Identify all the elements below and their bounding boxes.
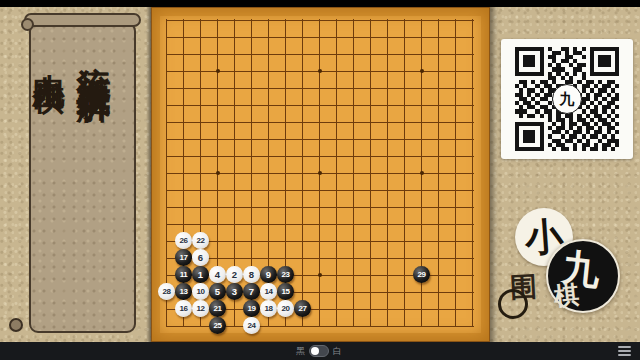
- board-cell[interactable]: [396, 317, 413, 334]
- board-cell[interactable]: [192, 215, 209, 232]
- board-cell[interactable]: [277, 11, 294, 28]
- board-cell[interactable]: [379, 181, 396, 198]
- board-cell[interactable]: [362, 215, 379, 232]
- board-cell[interactable]: [345, 266, 362, 283]
- board-cell[interactable]: [379, 249, 396, 266]
- board-cell[interactable]: [413, 96, 430, 113]
- board-cell[interactable]: [260, 232, 277, 249]
- board-cell[interactable]: [158, 181, 175, 198]
- board-cell[interactable]: [345, 28, 362, 45]
- board-cell[interactable]: [413, 317, 430, 334]
- board-cell[interactable]: [277, 130, 294, 147]
- board-cell[interactable]: [311, 317, 328, 334]
- board-cell[interactable]: [345, 62, 362, 79]
- board-cell[interactable]: 4: [209, 266, 226, 283]
- board-cell[interactable]: [379, 266, 396, 283]
- board-cell[interactable]: 28: [158, 283, 175, 300]
- board-cell[interactable]: [311, 11, 328, 28]
- board-cell[interactable]: [362, 164, 379, 181]
- board-cell[interactable]: [362, 113, 379, 130]
- board-cell[interactable]: [175, 28, 192, 45]
- white-stone-16[interactable]: 16: [175, 300, 192, 317]
- black-stone-21[interactable]: 21: [209, 300, 226, 317]
- board-cell[interactable]: [260, 181, 277, 198]
- board-cell[interactable]: [464, 317, 481, 334]
- board-cell[interactable]: [311, 28, 328, 45]
- black-stone-11[interactable]: 11: [175, 266, 192, 283]
- black-stone-27[interactable]: 27: [294, 300, 311, 317]
- white-stone-24[interactable]: 24: [243, 317, 260, 334]
- board-cell[interactable]: [277, 96, 294, 113]
- board-cell[interactable]: [413, 11, 430, 28]
- board-cell[interactable]: 6: [192, 249, 209, 266]
- board-cell[interactable]: [362, 181, 379, 198]
- board-cell[interactable]: [430, 96, 447, 113]
- board-cell[interactable]: [243, 147, 260, 164]
- board-cell[interactable]: [362, 232, 379, 249]
- board-cell[interactable]: [294, 249, 311, 266]
- board-cell[interactable]: [226, 198, 243, 215]
- board-cell[interactable]: [464, 113, 481, 130]
- board-cell[interactable]: [294, 317, 311, 334]
- board-cell[interactable]: 20: [277, 300, 294, 317]
- white-stone-14[interactable]: 14: [260, 283, 277, 300]
- board-cell[interactable]: [243, 232, 260, 249]
- board-cell[interactable]: [328, 215, 345, 232]
- board-cell[interactable]: [328, 317, 345, 334]
- board-cell[interactable]: [328, 198, 345, 215]
- board-cell[interactable]: [158, 130, 175, 147]
- board-cell[interactable]: [396, 11, 413, 28]
- board-cell[interactable]: [447, 283, 464, 300]
- board-cell[interactable]: [243, 130, 260, 147]
- board-cell[interactable]: [294, 147, 311, 164]
- board-cell[interactable]: [243, 79, 260, 96]
- board-cell[interactable]: [430, 232, 447, 249]
- board-cell[interactable]: [277, 147, 294, 164]
- board-cell[interactable]: [260, 317, 277, 334]
- board-cell[interactable]: [464, 198, 481, 215]
- white-stone-28[interactable]: 28: [158, 283, 175, 300]
- black-stone-23[interactable]: 23: [277, 266, 294, 283]
- board-cell[interactable]: [175, 215, 192, 232]
- board-cell[interactable]: [260, 215, 277, 232]
- board-cell[interactable]: [413, 28, 430, 45]
- board-cell[interactable]: [328, 181, 345, 198]
- board-cell[interactable]: [294, 45, 311, 62]
- board-cell[interactable]: [345, 45, 362, 62]
- board-cell[interactable]: [464, 79, 481, 96]
- board-cell[interactable]: [226, 249, 243, 266]
- board-cell[interactable]: [192, 130, 209, 147]
- board-cell[interactable]: [362, 300, 379, 317]
- board-cell[interactable]: [158, 198, 175, 215]
- board-cell[interactable]: [209, 147, 226, 164]
- board-cell[interactable]: 23: [277, 266, 294, 283]
- board-cell[interactable]: [447, 79, 464, 96]
- board-cell[interactable]: [277, 249, 294, 266]
- white-stone-6[interactable]: 6: [192, 249, 209, 266]
- board-cell[interactable]: [226, 79, 243, 96]
- board-cell[interactable]: [277, 79, 294, 96]
- board-cell[interactable]: [311, 62, 328, 79]
- board-cell[interactable]: [243, 45, 260, 62]
- board-cell[interactable]: 10: [192, 283, 209, 300]
- board-cell[interactable]: [379, 113, 396, 130]
- board-cell[interactable]: [158, 45, 175, 62]
- board-cell[interactable]: 15: [277, 283, 294, 300]
- menu-button[interactable]: [618, 345, 634, 357]
- board-cell[interactable]: [209, 113, 226, 130]
- board-cell[interactable]: [311, 96, 328, 113]
- board-cell[interactable]: [464, 181, 481, 198]
- board-cell[interactable]: [379, 96, 396, 113]
- board-cell[interactable]: [464, 28, 481, 45]
- board-cell[interactable]: [243, 11, 260, 28]
- board-cell[interactable]: [464, 215, 481, 232]
- board-cell[interactable]: [192, 96, 209, 113]
- board-cell[interactable]: 3: [226, 283, 243, 300]
- board-cell[interactable]: [277, 181, 294, 198]
- board-cell[interactable]: 19: [243, 300, 260, 317]
- board-cell[interactable]: [464, 266, 481, 283]
- board-cell[interactable]: [260, 164, 277, 181]
- black-stone-7[interactable]: 7: [243, 283, 260, 300]
- go-board[interactable]: 2622176111428923292813105371415161221191…: [151, 7, 490, 342]
- board-cell[interactable]: 5: [209, 283, 226, 300]
- board-cell[interactable]: [328, 232, 345, 249]
- board-cell[interactable]: [379, 62, 396, 79]
- board-cell[interactable]: [209, 96, 226, 113]
- board-cell[interactable]: [413, 113, 430, 130]
- board-cell[interactable]: [209, 62, 226, 79]
- board-cell[interactable]: [158, 28, 175, 45]
- board-cell[interactable]: [328, 249, 345, 266]
- board-cell[interactable]: [430, 147, 447, 164]
- board-cell[interactable]: 29: [413, 266, 430, 283]
- board-cell[interactable]: [447, 181, 464, 198]
- board-cell[interactable]: [158, 62, 175, 79]
- board-cell[interactable]: [226, 181, 243, 198]
- board-cell[interactable]: [328, 28, 345, 45]
- board-cell[interactable]: 11: [175, 266, 192, 283]
- black-stone-9[interactable]: 9: [260, 266, 277, 283]
- board-cell[interactable]: [192, 11, 209, 28]
- board-cell[interactable]: 2: [226, 266, 243, 283]
- board-cell[interactable]: [396, 232, 413, 249]
- board-cell[interactable]: [447, 249, 464, 266]
- black-stone-3[interactable]: 3: [226, 283, 243, 300]
- board-cell[interactable]: [175, 164, 192, 181]
- board-cell[interactable]: [209, 232, 226, 249]
- white-stone-26[interactable]: 26: [175, 232, 192, 249]
- board-cell[interactable]: [362, 28, 379, 45]
- board-cell[interactable]: [175, 96, 192, 113]
- board-cell[interactable]: [430, 300, 447, 317]
- board-cell[interactable]: [345, 147, 362, 164]
- board-cell[interactable]: [277, 62, 294, 79]
- board-cell[interactable]: [379, 45, 396, 62]
- white-stone-12[interactable]: 12: [192, 300, 209, 317]
- board-cell[interactable]: [192, 147, 209, 164]
- board-cell[interactable]: [192, 45, 209, 62]
- board-cell[interactable]: [430, 62, 447, 79]
- board-cell[interactable]: 17: [175, 249, 192, 266]
- board-cell[interactable]: [362, 249, 379, 266]
- board-cell[interactable]: [328, 113, 345, 130]
- board-cell[interactable]: [260, 96, 277, 113]
- board-cell[interactable]: [158, 147, 175, 164]
- board-cell[interactable]: [294, 266, 311, 283]
- board-cell[interactable]: [345, 283, 362, 300]
- board-cell[interactable]: [294, 232, 311, 249]
- board-cell[interactable]: [430, 317, 447, 334]
- board-cell[interactable]: [396, 164, 413, 181]
- board-cell[interactable]: [294, 11, 311, 28]
- board-cell[interactable]: [311, 249, 328, 266]
- board-cell[interactable]: [192, 198, 209, 215]
- board-cell[interactable]: [328, 300, 345, 317]
- board-cell[interactable]: [311, 266, 328, 283]
- board-cell[interactable]: [362, 317, 379, 334]
- board-cell[interactable]: [396, 266, 413, 283]
- board-cell[interactable]: [226, 317, 243, 334]
- board-cell[interactable]: [430, 11, 447, 28]
- board-cell[interactable]: [294, 164, 311, 181]
- board-cell[interactable]: [430, 198, 447, 215]
- board-cell[interactable]: [430, 181, 447, 198]
- board-cell[interactable]: [311, 164, 328, 181]
- board-cell[interactable]: [362, 198, 379, 215]
- board-cell[interactable]: [362, 130, 379, 147]
- board-cell[interactable]: [243, 181, 260, 198]
- board-cell[interactable]: [430, 283, 447, 300]
- white-stone-20[interactable]: 20: [277, 300, 294, 317]
- black-stone-13[interactable]: 13: [175, 283, 192, 300]
- board-cell[interactable]: [175, 11, 192, 28]
- board-cell[interactable]: [430, 215, 447, 232]
- board-cell[interactable]: [192, 317, 209, 334]
- board-cell[interactable]: [464, 300, 481, 317]
- board-cell[interactable]: [311, 147, 328, 164]
- board-cell[interactable]: [345, 130, 362, 147]
- board-cell[interactable]: [311, 198, 328, 215]
- board-cell[interactable]: [294, 28, 311, 45]
- color-toggle-switch[interactable]: [309, 345, 329, 357]
- board-cell[interactable]: 9: [260, 266, 277, 283]
- board-cell[interactable]: 7: [243, 283, 260, 300]
- board-cell[interactable]: [243, 198, 260, 215]
- board-cell[interactable]: [294, 79, 311, 96]
- board-cell[interactable]: [226, 215, 243, 232]
- board-cell[interactable]: [158, 164, 175, 181]
- board-cell[interactable]: [328, 130, 345, 147]
- board-cell[interactable]: [294, 181, 311, 198]
- board-cell[interactable]: [447, 300, 464, 317]
- board-cell[interactable]: [209, 215, 226, 232]
- board-cell[interactable]: [294, 113, 311, 130]
- board-cell[interactable]: [379, 28, 396, 45]
- board-cell[interactable]: [175, 113, 192, 130]
- board-cell[interactable]: [294, 62, 311, 79]
- board-cell[interactable]: 14: [260, 283, 277, 300]
- board-cell[interactable]: [209, 11, 226, 28]
- white-stone-2[interactable]: 2: [226, 266, 243, 283]
- board-cell[interactable]: [209, 130, 226, 147]
- board-cell[interactable]: 18: [260, 300, 277, 317]
- board-cell[interactable]: 1: [192, 266, 209, 283]
- black-stone-15[interactable]: 15: [277, 283, 294, 300]
- board-cell[interactable]: [226, 164, 243, 181]
- board-cell[interactable]: [396, 300, 413, 317]
- board-cell[interactable]: [447, 198, 464, 215]
- board-cell[interactable]: [430, 164, 447, 181]
- board-cell[interactable]: [396, 283, 413, 300]
- board-cell[interactable]: [396, 198, 413, 215]
- board-cell[interactable]: [260, 113, 277, 130]
- board-cell[interactable]: [345, 96, 362, 113]
- board-cell[interactable]: [464, 62, 481, 79]
- board-cell[interactable]: [413, 147, 430, 164]
- board-cell[interactable]: [158, 96, 175, 113]
- board-cell[interactable]: [430, 130, 447, 147]
- board-cell[interactable]: [175, 62, 192, 79]
- board-cell[interactable]: 24: [243, 317, 260, 334]
- board-cell[interactable]: 22: [192, 232, 209, 249]
- board-cell[interactable]: [260, 62, 277, 79]
- board-cell[interactable]: [413, 283, 430, 300]
- board-cell[interactable]: [260, 130, 277, 147]
- black-stone-17[interactable]: 17: [175, 249, 192, 266]
- board-cell[interactable]: [311, 300, 328, 317]
- board-cell[interactable]: [345, 11, 362, 28]
- board-cell[interactable]: [260, 147, 277, 164]
- board-cell[interactable]: [192, 113, 209, 130]
- board-cell[interactable]: [447, 28, 464, 45]
- board-cell[interactable]: [260, 198, 277, 215]
- board-cell[interactable]: [328, 79, 345, 96]
- black-stone-5[interactable]: 5: [209, 283, 226, 300]
- board-cell[interactable]: [260, 79, 277, 96]
- board-cell[interactable]: [362, 96, 379, 113]
- board-cell[interactable]: [379, 283, 396, 300]
- board-cell[interactable]: 8: [243, 266, 260, 283]
- board-cell[interactable]: [311, 130, 328, 147]
- board-cell[interactable]: [379, 317, 396, 334]
- board-cell[interactable]: [447, 215, 464, 232]
- board-cell[interactable]: [345, 249, 362, 266]
- board-cell[interactable]: [345, 232, 362, 249]
- board-cell[interactable]: [277, 164, 294, 181]
- black-stone-25[interactable]: 25: [209, 317, 226, 334]
- board-cell[interactable]: [413, 181, 430, 198]
- board-cell[interactable]: [175, 181, 192, 198]
- board-cell[interactable]: [345, 317, 362, 334]
- board-cell[interactable]: [277, 215, 294, 232]
- board-cell[interactable]: [464, 232, 481, 249]
- board-cell[interactable]: [430, 28, 447, 45]
- board-cell[interactable]: [396, 113, 413, 130]
- board-cell[interactable]: [447, 232, 464, 249]
- board-cell[interactable]: 12: [192, 300, 209, 317]
- board-cell[interactable]: [311, 215, 328, 232]
- board-cell[interactable]: [243, 62, 260, 79]
- board-cell[interactable]: [362, 79, 379, 96]
- board-cell[interactable]: [430, 45, 447, 62]
- white-stone-18[interactable]: 18: [260, 300, 277, 317]
- board-cell[interactable]: [328, 164, 345, 181]
- board-cell[interactable]: [464, 11, 481, 28]
- board-cell[interactable]: [447, 62, 464, 79]
- board-cell[interactable]: [158, 249, 175, 266]
- board-cell[interactable]: [396, 181, 413, 198]
- board-cell[interactable]: [345, 113, 362, 130]
- board-cell[interactable]: [362, 62, 379, 79]
- board-cell[interactable]: [396, 147, 413, 164]
- board-cell[interactable]: [192, 62, 209, 79]
- board-cell[interactable]: [447, 113, 464, 130]
- board-cell[interactable]: [158, 215, 175, 232]
- board-cell[interactable]: [226, 130, 243, 147]
- board-cell[interactable]: [362, 283, 379, 300]
- board-cell[interactable]: [464, 283, 481, 300]
- board-cell[interactable]: [328, 96, 345, 113]
- board-cell[interactable]: [209, 45, 226, 62]
- board-cell[interactable]: [311, 283, 328, 300]
- board-cell[interactable]: [362, 147, 379, 164]
- board-cell[interactable]: [379, 147, 396, 164]
- board-cell[interactable]: 26: [175, 232, 192, 249]
- board-cell[interactable]: [175, 45, 192, 62]
- board-cell[interactable]: [260, 249, 277, 266]
- board-cell[interactable]: [311, 232, 328, 249]
- board-cell[interactable]: [464, 130, 481, 147]
- board-cell[interactable]: [396, 45, 413, 62]
- board-cell[interactable]: [277, 317, 294, 334]
- board-cell[interactable]: [294, 283, 311, 300]
- board-cell[interactable]: [345, 198, 362, 215]
- board-cell[interactable]: 27: [294, 300, 311, 317]
- board-cell[interactable]: [158, 300, 175, 317]
- board-cell[interactable]: [379, 79, 396, 96]
- board-cell[interactable]: [243, 249, 260, 266]
- board-cell[interactable]: [158, 113, 175, 130]
- board-cell[interactable]: [209, 249, 226, 266]
- board-cell[interactable]: [362, 45, 379, 62]
- board-cell[interactable]: [277, 113, 294, 130]
- board-cell[interactable]: [226, 232, 243, 249]
- board-cell[interactable]: [464, 147, 481, 164]
- board-cell[interactable]: [226, 113, 243, 130]
- board-cell[interactable]: [260, 11, 277, 28]
- board-cell[interactable]: [311, 79, 328, 96]
- board-cell[interactable]: [413, 45, 430, 62]
- board-cell[interactable]: [192, 164, 209, 181]
- board-cell[interactable]: [158, 232, 175, 249]
- board-cell[interactable]: [379, 198, 396, 215]
- board-cell[interactable]: [345, 181, 362, 198]
- board-cell[interactable]: [277, 232, 294, 249]
- board-cell[interactable]: [464, 249, 481, 266]
- board-cell[interactable]: 16: [175, 300, 192, 317]
- board-cell[interactable]: [413, 198, 430, 215]
- board-cell[interactable]: [413, 62, 430, 79]
- board-cell[interactable]: [413, 215, 430, 232]
- board-cell[interactable]: [226, 300, 243, 317]
- board-cell[interactable]: [226, 28, 243, 45]
- board-cell[interactable]: [226, 45, 243, 62]
- board-cell[interactable]: [243, 215, 260, 232]
